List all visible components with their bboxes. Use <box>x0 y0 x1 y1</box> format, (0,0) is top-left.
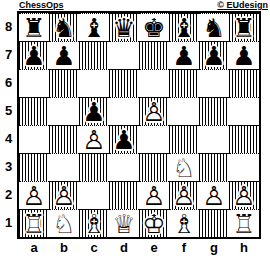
square-g2[interactable]: ♟♙ <box>199 181 229 209</box>
black-knight-g8[interactable]: ♞ <box>199 14 229 41</box>
square-f1[interactable]: ♝♗ <box>169 209 199 237</box>
app-title: ChessOps <box>19 0 64 10</box>
black-pawn-b7[interactable]: ♟ <box>49 42 79 69</box>
square-g5[interactable] <box>199 97 229 125</box>
white-knight-outline-f3: ♘ <box>169 154 199 181</box>
file-label-a: a <box>19 241 49 255</box>
square-f8[interactable]: ♝ <box>169 13 199 41</box>
square-b3[interactable] <box>49 153 79 181</box>
square-b5[interactable] <box>49 97 79 125</box>
black-bishop-f8[interactable]: ♝ <box>169 14 199 41</box>
square-h5[interactable] <box>229 97 259 125</box>
file-label-g: g <box>199 241 229 255</box>
black-bishop-c8[interactable]: ♝ <box>79 14 109 41</box>
square-g4[interactable] <box>199 125 229 153</box>
rank-label-1: 1 <box>2 216 15 230</box>
square-c6[interactable] <box>79 69 109 97</box>
square-h6[interactable] <box>229 69 259 97</box>
file-label-b: b <box>49 241 79 255</box>
square-h3[interactable] <box>229 153 259 181</box>
white-rook-outline-h1: ♖ <box>229 210 259 237</box>
rank-label-7: 7 <box>2 48 15 62</box>
square-d6[interactable] <box>109 69 139 97</box>
square-e8[interactable]: ♚ <box>139 13 169 41</box>
square-h8[interactable]: ♜ <box>229 13 259 41</box>
file-label-h: h <box>229 241 259 255</box>
black-pawn-f7[interactable]: ♟ <box>169 42 199 69</box>
square-b1[interactable]: ♞♘ <box>49 209 79 237</box>
white-rook-outline-a1: ♖ <box>19 210 49 237</box>
square-f2[interactable]: ♟♙ <box>169 181 199 209</box>
square-a8[interactable]: ♜ <box>19 13 49 41</box>
black-rook-a8[interactable]: ♜ <box>19 14 49 41</box>
square-b6[interactable] <box>49 69 79 97</box>
file-label-e: e <box>139 241 169 255</box>
square-e6[interactable] <box>139 69 169 97</box>
black-rook-h8[interactable]: ♜ <box>229 14 259 41</box>
white-queen-outline-d1: ♕ <box>109 210 139 237</box>
rank-label-5: 5 <box>2 104 15 118</box>
white-pawn-outline-b2: ♙ <box>49 182 79 209</box>
file-label-c: c <box>79 241 109 255</box>
square-h7[interactable]: ♟ <box>229 41 259 69</box>
square-b4[interactable] <box>49 125 79 153</box>
square-a7[interactable]: ♟ <box>19 41 49 69</box>
credit-label: © EUdesign <box>217 0 268 10</box>
white-pawn-outline-e5: ♙ <box>139 98 169 125</box>
square-f6[interactable] <box>169 69 199 97</box>
file-label-d: d <box>109 241 139 255</box>
white-pawn-outline-h2: ♙ <box>229 182 259 209</box>
white-pawn-outline-e2: ♙ <box>139 182 169 209</box>
black-pawn-g7[interactable]: ♟ <box>199 42 229 69</box>
square-a5[interactable] <box>19 97 49 125</box>
square-f3[interactable]: ♞♘ <box>169 153 199 181</box>
square-e2[interactable]: ♟♙ <box>139 181 169 209</box>
white-king-outline-e1: ♔ <box>139 210 169 237</box>
square-e1[interactable]: ♚♔ <box>139 209 169 237</box>
square-a3[interactable] <box>19 153 49 181</box>
white-pawn-outline-c4: ♙ <box>79 126 109 153</box>
square-a1[interactable]: ♜♖ <box>19 209 49 237</box>
black-knight-b8[interactable]: ♞ <box>49 14 79 41</box>
square-g6[interactable] <box>199 69 229 97</box>
square-e4[interactable] <box>139 125 169 153</box>
black-pawn-c5[interactable]: ♟ <box>79 98 109 125</box>
square-c1[interactable]: ♝♗ <box>79 209 109 237</box>
square-c5[interactable]: ♟ <box>79 97 109 125</box>
rank-label-8: 8 <box>2 20 15 34</box>
white-bishop-outline-f1: ♗ <box>169 210 199 237</box>
black-king-e8[interactable]: ♚ <box>139 14 169 41</box>
square-c2[interactable] <box>79 181 109 209</box>
white-knight-outline-b1: ♘ <box>49 210 79 237</box>
square-e3[interactable] <box>139 153 169 181</box>
square-e7[interactable] <box>139 41 169 69</box>
white-pawn-outline-f2: ♙ <box>169 182 199 209</box>
square-d2[interactable] <box>109 181 139 209</box>
square-a4[interactable] <box>19 125 49 153</box>
square-f5[interactable] <box>169 97 199 125</box>
square-h1[interactable]: ♜♖ <box>229 209 259 237</box>
square-b2[interactable]: ♟♙ <box>49 181 79 209</box>
square-h4[interactable] <box>229 125 259 153</box>
square-g1[interactable] <box>199 209 229 237</box>
white-pawn-outline-a2: ♙ <box>19 182 49 209</box>
square-d1[interactable]: ♛♕ <box>109 209 139 237</box>
square-f7[interactable]: ♟ <box>169 41 199 69</box>
square-b8[interactable]: ♞ <box>49 13 79 41</box>
rank-label-2: 2 <box>2 188 15 202</box>
square-g3[interactable] <box>199 153 229 181</box>
white-bishop-outline-c1: ♗ <box>79 210 109 237</box>
square-c4[interactable]: ♟♙ <box>79 125 109 153</box>
black-queen-d8[interactable]: ♛ <box>109 14 139 41</box>
black-pawn-d4[interactable]: ♟ <box>109 126 139 153</box>
square-d4[interactable]: ♟ <box>109 125 139 153</box>
white-pawn-outline-g2: ♙ <box>199 182 229 209</box>
square-d7[interactable] <box>109 41 139 69</box>
square-g7[interactable]: ♟ <box>199 41 229 69</box>
square-c3[interactable] <box>79 153 109 181</box>
chess-board: ♜♞♝♛♚♝♞♜♟♟♟♟♟♟♟♙♟♙♟♞♘♟♙♟♙♟♙♟♙♟♙♟♙♜♖♞♘♝♗♛… <box>17 11 261 239</box>
square-d8[interactable]: ♛ <box>109 13 139 41</box>
square-f4[interactable] <box>169 125 199 153</box>
square-d5[interactable] <box>109 97 139 125</box>
black-pawn-h7[interactable]: ♟ <box>229 42 259 69</box>
rank-label-4: 4 <box>2 132 15 146</box>
rank-label-3: 3 <box>2 160 15 174</box>
chessops-screen: ChessOps © EUdesign ♜♞♝♛♚♝♞♜♟♟♟♟♟♟♟♙♟♙♟♞… <box>0 0 270 270</box>
square-e5[interactable]: ♟♙ <box>139 97 169 125</box>
square-a6[interactable] <box>19 69 49 97</box>
square-a2[interactable]: ♟♙ <box>19 181 49 209</box>
square-b7[interactable]: ♟ <box>49 41 79 69</box>
rank-label-6: 6 <box>2 76 15 90</box>
square-c7[interactable] <box>79 41 109 69</box>
black-pawn-a7[interactable]: ♟ <box>19 42 49 69</box>
square-g8[interactable]: ♞ <box>199 13 229 41</box>
square-d3[interactable] <box>109 153 139 181</box>
square-h2[interactable]: ♟♙ <box>229 181 259 209</box>
square-c8[interactable]: ♝ <box>79 13 109 41</box>
file-label-f: f <box>169 241 199 255</box>
